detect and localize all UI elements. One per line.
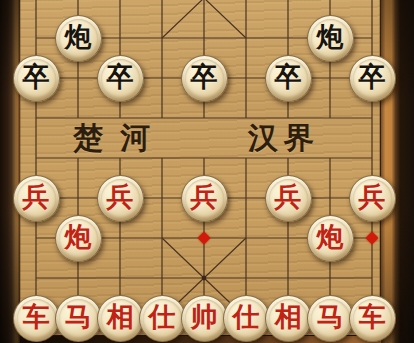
piece-glyph: 兵	[23, 184, 50, 211]
piece-glyph: 卒	[107, 64, 134, 91]
piece-red-general[interactable]: 帅	[181, 295, 228, 342]
piece-glyph: 相	[107, 304, 134, 331]
piece-glyph: 仕	[149, 304, 176, 331]
piece-black-soldier[interactable]: 卒	[265, 55, 312, 102]
piece-glyph: 车	[23, 304, 50, 331]
piece-red-horse[interactable]: 马	[307, 295, 354, 342]
piece-glyph: 马	[317, 304, 344, 331]
piece-glyph: 帅	[191, 304, 218, 331]
piece-glyph: 卒	[191, 64, 218, 91]
piece-red-cannon[interactable]: 炮	[55, 215, 102, 262]
piece-red-soldier[interactable]: 兵	[181, 175, 228, 222]
board-grid[interactable]: 炮炮卒卒卒卒卒兵兵兵兵兵炮炮车马相仕帅仕相马车	[15, 0, 393, 338]
piece-red-chariot[interactable]: 车	[349, 295, 396, 342]
piece-glyph: 车	[359, 304, 386, 331]
piece-black-cannon[interactable]: 炮	[55, 15, 102, 62]
piece-red-elephant[interactable]: 相	[97, 295, 144, 342]
piece-glyph: 炮	[317, 24, 344, 51]
piece-black-soldier[interactable]: 卒	[349, 55, 396, 102]
xiangqi-board-root: 楚河 汉界 炮炮卒卒卒卒卒兵兵兵兵兵炮炮车马相仕帅仕相马车	[0, 0, 414, 343]
piece-red-soldier[interactable]: 兵	[97, 175, 144, 222]
piece-glyph: 卒	[359, 64, 386, 91]
piece-glyph: 兵	[275, 184, 302, 211]
piece-black-soldier[interactable]: 卒	[97, 55, 144, 102]
piece-red-horse[interactable]: 马	[55, 295, 102, 342]
piece-glyph: 炮	[317, 224, 344, 251]
piece-red-advisor[interactable]: 仕	[223, 295, 270, 342]
piece-black-soldier[interactable]: 卒	[181, 55, 228, 102]
piece-red-chariot[interactable]: 车	[13, 295, 60, 342]
piece-glyph: 炮	[65, 224, 92, 251]
piece-glyph: 炮	[65, 24, 92, 51]
piece-glyph: 兵	[359, 184, 386, 211]
piece-red-soldier[interactable]: 兵	[349, 175, 396, 222]
piece-glyph: 兵	[107, 184, 134, 211]
piece-black-soldier[interactable]: 卒	[13, 55, 60, 102]
piece-glyph: 仕	[233, 304, 260, 331]
piece-glyph: 卒	[275, 64, 302, 91]
piece-glyph: 兵	[191, 184, 218, 211]
piece-red-elephant[interactable]: 相	[265, 295, 312, 342]
piece-red-cannon[interactable]: 炮	[307, 215, 354, 262]
piece-red-soldier[interactable]: 兵	[265, 175, 312, 222]
piece-red-advisor[interactable]: 仕	[139, 295, 186, 342]
piece-black-cannon[interactable]: 炮	[307, 15, 354, 62]
piece-red-soldier[interactable]: 兵	[13, 175, 60, 222]
piece-glyph: 马	[65, 304, 92, 331]
piece-glyph: 相	[275, 304, 302, 331]
piece-glyph: 卒	[23, 64, 50, 91]
